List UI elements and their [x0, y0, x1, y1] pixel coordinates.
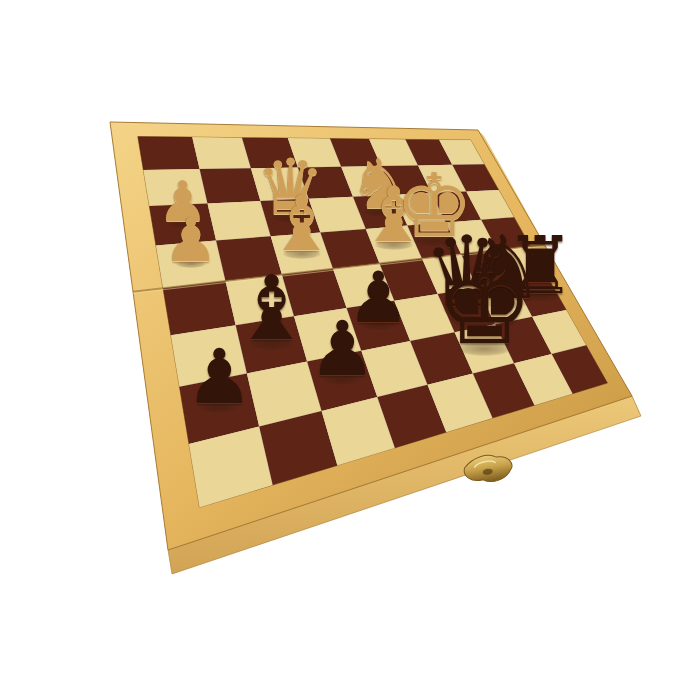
- product-photo: ♟♛♞♟♝♝♚♜♞♛♟♝♚♟♟: [0, 0, 700, 700]
- square-a6: [149, 203, 216, 245]
- square-b6: [208, 201, 271, 241]
- square-a8: [138, 137, 200, 170]
- square-b8: [192, 137, 251, 169]
- chess-board: [0, 0, 700, 700]
- square-b7: [200, 168, 261, 203]
- square-a7: [143, 169, 207, 206]
- square-a5: [156, 241, 226, 289]
- square-b5: [216, 236, 282, 281]
